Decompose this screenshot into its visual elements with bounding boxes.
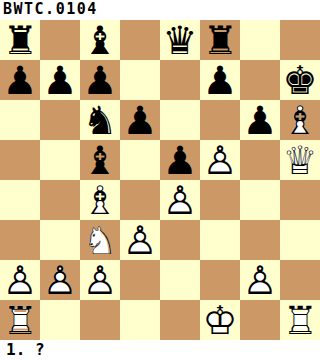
square-f4[interactable]: [200, 180, 240, 220]
piece-black-pawn: ♟: [200, 60, 240, 100]
piece-white-bishop-fill: ♝: [80, 180, 120, 220]
piece-white-bishop: ♗: [280, 100, 320, 140]
square-h5[interactable]: ♛♕: [280, 140, 320, 180]
piece-white-pawn-fill: ♟: [40, 260, 80, 300]
square-a7[interactable]: ♟: [0, 60, 40, 100]
piece-white-pawn-fill: ♟: [160, 180, 200, 220]
square-h4[interactable]: [280, 180, 320, 220]
square-g7[interactable]: [240, 60, 280, 100]
piece-black-rook: ♜: [0, 20, 40, 60]
square-c3[interactable]: ♞♘: [80, 220, 120, 260]
puzzle-id: BWTC.0104: [0, 0, 320, 20]
piece-white-king-fill: ♚: [200, 300, 240, 340]
square-c2[interactable]: ♟♙: [80, 260, 120, 300]
square-g3[interactable]: [240, 220, 280, 260]
piece-white-pawn: ♙: [160, 180, 200, 220]
square-b7[interactable]: ♟: [40, 60, 80, 100]
piece-black-pawn: ♟: [0, 60, 40, 100]
chess-board: ♜♝♛♜♟♟♟♟♚♞♟♟♝♗♝♟♟♙♛♕♝♗♟♙♞♘♟♙♟♙♟♙♟♙♟♙♜♖♚♔…: [0, 20, 320, 340]
square-b4[interactable]: [40, 180, 80, 220]
square-e6[interactable]: [160, 100, 200, 140]
square-b5[interactable]: [40, 140, 80, 180]
piece-white-king: ♔: [200, 300, 240, 340]
square-f6[interactable]: [200, 100, 240, 140]
piece-black-queen: ♛: [160, 20, 200, 60]
piece-black-bishop: ♝: [80, 140, 120, 180]
square-c6[interactable]: ♞: [80, 100, 120, 140]
square-g1[interactable]: [240, 300, 280, 340]
square-h3[interactable]: [280, 220, 320, 260]
square-a6[interactable]: [0, 100, 40, 140]
piece-white-knight: ♘: [80, 220, 120, 260]
square-h6[interactable]: ♝♗: [280, 100, 320, 140]
piece-white-rook-fill: ♜: [280, 300, 320, 340]
piece-white-pawn-fill: ♟: [0, 260, 40, 300]
square-a8[interactable]: ♜: [0, 20, 40, 60]
piece-black-pawn: ♟: [160, 140, 200, 180]
square-h2[interactable]: [280, 260, 320, 300]
square-b6[interactable]: [40, 100, 80, 140]
piece-white-queen-fill: ♛: [280, 140, 320, 180]
square-c4[interactable]: ♝♗: [80, 180, 120, 220]
square-h7[interactable]: ♚: [280, 60, 320, 100]
square-g2[interactable]: ♟♙: [240, 260, 280, 300]
piece-black-pawn: ♟: [80, 60, 120, 100]
square-h1[interactable]: ♜♖: [280, 300, 320, 340]
piece-white-pawn: ♙: [80, 260, 120, 300]
square-b3[interactable]: [40, 220, 80, 260]
square-b8[interactable]: [40, 20, 80, 60]
square-d7[interactable]: [120, 60, 160, 100]
square-g4[interactable]: [240, 180, 280, 220]
square-c8[interactable]: ♝: [80, 20, 120, 60]
square-g5[interactable]: [240, 140, 280, 180]
square-g6[interactable]: ♟: [240, 100, 280, 140]
piece-black-pawn: ♟: [120, 100, 160, 140]
square-a4[interactable]: [0, 180, 40, 220]
piece-black-knight: ♞: [80, 100, 120, 140]
piece-white-pawn-fill: ♟: [240, 260, 280, 300]
piece-black-pawn: ♟: [240, 100, 280, 140]
piece-white-pawn-fill: ♟: [120, 220, 160, 260]
square-e2[interactable]: [160, 260, 200, 300]
square-d6[interactable]: ♟: [120, 100, 160, 140]
square-h8[interactable]: [280, 20, 320, 60]
square-d3[interactable]: ♟♙: [120, 220, 160, 260]
square-d4[interactable]: [120, 180, 160, 220]
piece-black-bishop: ♝: [80, 20, 120, 60]
square-a1[interactable]: ♜♖: [0, 300, 40, 340]
square-e1[interactable]: [160, 300, 200, 340]
square-a5[interactable]: [0, 140, 40, 180]
piece-white-pawn: ♙: [0, 260, 40, 300]
square-f5[interactable]: ♟♙: [200, 140, 240, 180]
square-c5[interactable]: ♝: [80, 140, 120, 180]
square-e8[interactable]: ♛: [160, 20, 200, 60]
square-g8[interactable]: [240, 20, 280, 60]
piece-black-rook: ♜: [200, 20, 240, 60]
piece-white-bishop-fill: ♝: [280, 100, 320, 140]
piece-black-pawn: ♟: [40, 60, 80, 100]
square-b1[interactable]: [40, 300, 80, 340]
square-d1[interactable]: [120, 300, 160, 340]
piece-white-pawn: ♙: [40, 260, 80, 300]
square-f2[interactable]: [200, 260, 240, 300]
square-f3[interactable]: [200, 220, 240, 260]
chess-diagram-window: BWTC.0104 ♜♝♛♜♟♟♟♟♚♞♟♟♝♗♝♟♟♙♛♕♝♗♟♙♞♘♟♙♟♙…: [0, 0, 320, 360]
square-b2[interactable]: ♟♙: [40, 260, 80, 300]
piece-white-rook-fill: ♜: [0, 300, 40, 340]
piece-white-rook: ♖: [280, 300, 320, 340]
piece-white-bishop: ♗: [80, 180, 120, 220]
square-c1[interactable]: [80, 300, 120, 340]
square-e4[interactable]: ♟♙: [160, 180, 200, 220]
square-f7[interactable]: ♟: [200, 60, 240, 100]
square-d8[interactable]: [120, 20, 160, 60]
piece-black-king: ♚: [280, 60, 320, 100]
square-d2[interactable]: [120, 260, 160, 300]
square-e3[interactable]: [160, 220, 200, 260]
square-f8[interactable]: ♜: [200, 20, 240, 60]
piece-white-queen: ♕: [280, 140, 320, 180]
square-e5[interactable]: ♟: [160, 140, 200, 180]
piece-white-pawn: ♙: [120, 220, 160, 260]
piece-white-knight-fill: ♞: [80, 220, 120, 260]
piece-white-pawn: ♙: [240, 260, 280, 300]
square-d5[interactable]: [120, 140, 160, 180]
piece-white-pawn: ♙: [200, 140, 240, 180]
piece-white-pawn-fill: ♟: [80, 260, 120, 300]
square-c7[interactable]: ♟: [80, 60, 120, 100]
square-e7[interactable]: [160, 60, 200, 100]
piece-white-rook: ♖: [0, 300, 40, 340]
square-f1[interactable]: ♚♔: [200, 300, 240, 340]
square-a3[interactable]: [0, 220, 40, 260]
move-prompt: 1. ?: [0, 340, 320, 360]
square-a2[interactable]: ♟♙: [0, 260, 40, 300]
piece-white-pawn-fill: ♟: [200, 140, 240, 180]
